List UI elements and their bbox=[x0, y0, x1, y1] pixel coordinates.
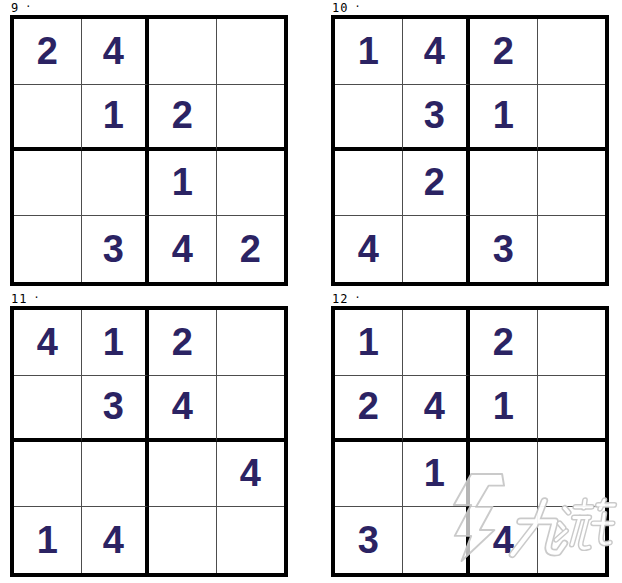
label-dot: · bbox=[33, 292, 40, 303]
p9-cell-r4c1[interactable] bbox=[14, 216, 82, 282]
label-dot: · bbox=[354, 1, 361, 12]
sudoku-board-11: 41234414 bbox=[10, 306, 288, 577]
p11-cell-r4c1: 1 bbox=[14, 507, 82, 573]
p9-cell-r3c1[interactable] bbox=[14, 151, 82, 217]
p10-cell-r3c2: 2 bbox=[403, 151, 471, 217]
p11-cell-r2c2: 3 bbox=[82, 376, 150, 442]
p10-cell-r2c4[interactable] bbox=[538, 85, 606, 151]
p12-cell-r2c1: 2 bbox=[335, 376, 403, 442]
puzzle-9-label: 9· bbox=[10, 0, 288, 15]
sudoku-worksheet: 9· 24121342 10· 14231243 11· 41234414 12… bbox=[0, 0, 622, 583]
p9-cell-r4c4: 2 bbox=[217, 216, 285, 282]
p9-cell-r1c3[interactable] bbox=[149, 19, 217, 85]
p11-cell-r3c1[interactable] bbox=[14, 442, 82, 508]
p11-cell-r1c2: 1 bbox=[82, 310, 150, 376]
p10-cell-r4c3: 3 bbox=[470, 216, 538, 282]
p12-cell-r2c3: 1 bbox=[470, 376, 538, 442]
p10-cell-r1c1: 1 bbox=[335, 19, 403, 85]
sudoku-board-9: 24121342 bbox=[10, 15, 288, 286]
p11-cell-r1c4[interactable] bbox=[217, 310, 285, 376]
p12-cell-r1c1: 1 bbox=[335, 310, 403, 376]
p9-cell-r2c1[interactable] bbox=[14, 85, 82, 151]
puzzle-11-number: 11 bbox=[11, 292, 27, 306]
puzzle-9-number: 9 bbox=[11, 1, 19, 15]
puzzle-12: 12· 12241134 bbox=[331, 291, 609, 577]
p10-cell-r4c4[interactable] bbox=[538, 216, 606, 282]
p10-cell-r1c4[interactable] bbox=[538, 19, 606, 85]
p10-cell-r4c2[interactable] bbox=[403, 216, 471, 282]
p9-cell-r2c3: 2 bbox=[149, 85, 217, 151]
p12-cell-r2c4[interactable] bbox=[538, 376, 606, 442]
p11-cell-r4c4[interactable] bbox=[217, 507, 285, 573]
p10-cell-r4c1: 4 bbox=[335, 216, 403, 282]
p11-cell-r2c3: 4 bbox=[149, 376, 217, 442]
label-dot: · bbox=[354, 292, 361, 303]
p11-cell-r2c1[interactable] bbox=[14, 376, 82, 442]
p11-cell-r4c2: 4 bbox=[82, 507, 150, 573]
p10-cell-r2c1[interactable] bbox=[335, 85, 403, 151]
p12-cell-r1c4[interactable] bbox=[538, 310, 606, 376]
p9-cell-r4c3: 4 bbox=[149, 216, 217, 282]
p11-cell-r3c2[interactable] bbox=[82, 442, 150, 508]
puzzle-9: 9· 24121342 bbox=[10, 0, 288, 286]
p11-cell-r2c4[interactable] bbox=[217, 376, 285, 442]
puzzle-10: 10· 14231243 bbox=[331, 0, 609, 286]
p9-cell-r4c2: 3 bbox=[82, 216, 150, 282]
p12-cell-r1c2[interactable] bbox=[403, 310, 471, 376]
p12-cell-r4c1: 3 bbox=[335, 507, 403, 573]
p12-cell-r4c4[interactable] bbox=[538, 507, 606, 573]
p10-cell-r1c3: 2 bbox=[470, 19, 538, 85]
p9-cell-r1c2: 4 bbox=[82, 19, 150, 85]
p9-cell-r1c1: 2 bbox=[14, 19, 82, 85]
puzzle-10-label: 10· bbox=[331, 0, 609, 15]
label-dot: · bbox=[25, 1, 32, 12]
p11-cell-r1c1: 4 bbox=[14, 310, 82, 376]
puzzle-11: 11· 41234414 bbox=[10, 291, 288, 577]
p9-cell-r3c4[interactable] bbox=[217, 151, 285, 217]
p12-cell-r4c3: 4 bbox=[470, 507, 538, 573]
p10-cell-r3c4[interactable] bbox=[538, 151, 606, 217]
p10-cell-r3c1[interactable] bbox=[335, 151, 403, 217]
p12-cell-r4c2[interactable] bbox=[403, 507, 471, 573]
p9-cell-r1c4[interactable] bbox=[217, 19, 285, 85]
p12-cell-r3c4[interactable] bbox=[538, 442, 606, 508]
p9-cell-r3c2[interactable] bbox=[82, 151, 150, 217]
puzzle-12-label: 12· bbox=[331, 291, 609, 306]
p11-cell-r3c4: 4 bbox=[217, 442, 285, 508]
p9-cell-r2c4[interactable] bbox=[217, 85, 285, 151]
puzzle-12-number: 12 bbox=[332, 292, 348, 306]
p12-cell-r3c2: 1 bbox=[403, 442, 471, 508]
p12-cell-r1c3: 2 bbox=[470, 310, 538, 376]
p9-cell-r3c3: 1 bbox=[149, 151, 217, 217]
p10-cell-r2c2: 3 bbox=[403, 85, 471, 151]
p10-cell-r3c3[interactable] bbox=[470, 151, 538, 217]
p11-cell-r4c3[interactable] bbox=[149, 507, 217, 573]
p12-cell-r2c2: 4 bbox=[403, 376, 471, 442]
p12-cell-r3c1[interactable] bbox=[335, 442, 403, 508]
puzzle-10-number: 10 bbox=[332, 1, 348, 15]
p11-cell-r1c3: 2 bbox=[149, 310, 217, 376]
p10-cell-r2c3: 1 bbox=[470, 85, 538, 151]
p11-cell-r3c3[interactable] bbox=[149, 442, 217, 508]
sudoku-board-12: 12241134 bbox=[331, 306, 609, 577]
puzzle-11-label: 11· bbox=[10, 291, 288, 306]
p9-cell-r2c2: 1 bbox=[82, 85, 150, 151]
p10-cell-r1c2: 4 bbox=[403, 19, 471, 85]
sudoku-board-10: 14231243 bbox=[331, 15, 609, 286]
p12-cell-r3c3[interactable] bbox=[470, 442, 538, 508]
